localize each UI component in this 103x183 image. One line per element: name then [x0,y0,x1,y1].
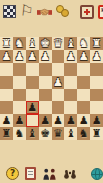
square-f3[interactable] [26,63,39,76]
square-f8[interactable]: ♝ [26,127,39,140]
square-d1[interactable]: ♛ [52,37,65,50]
black-pawn: ♟ [53,115,63,126]
square-c5[interactable] [64,89,77,102]
coins-button[interactable] [56,5,70,18]
chess-board[interactable]: ♜♞♝♚♛♝♞♜♟♟♟♟♟♟♟♟♟♟♟♟♟♟♟♟♜♞♝♚♛♝♞♜ [0,37,103,140]
square-c8[interactable]: ♝ [64,127,77,140]
question-mark-icon: ? [10,169,15,178]
black-pawn: ♟ [27,102,37,113]
square-b3[interactable] [77,63,90,76]
square-c4[interactable] [64,76,77,89]
square-b2[interactable]: ♟ [77,50,90,63]
help-button[interactable]: ? [6,167,19,180]
two-players-icon [42,168,57,180]
black-king: ♚ [40,128,50,139]
players-button[interactable] [42,168,57,180]
globe-button[interactable] [91,168,103,180]
white-rook: ♜ [92,38,102,49]
plus-icon [86,9,88,15]
square-a1[interactable]: ♜ [90,37,103,50]
square-h8[interactable]: ♜ [0,127,13,140]
square-a4[interactable] [90,76,103,89]
checkerboard-icon [3,5,16,18]
black-bishop: ♝ [66,128,76,139]
square-e5[interactable] [39,89,52,102]
white-bishop: ♝ [66,38,76,49]
square-h3[interactable] [0,63,13,76]
square-b6[interactable] [77,101,90,114]
globe-icon [95,168,100,180]
black-pawn: ♟ [14,115,24,126]
square-c1[interactable]: ♝ [64,37,77,50]
square-c6[interactable] [64,101,77,114]
square-d3[interactable] [52,63,65,76]
white-rook: ♜ [2,38,12,49]
coin-icon [61,9,69,17]
white-pawn: ♟ [2,51,12,62]
square-d5[interactable] [52,89,65,102]
square-h7[interactable]: ♟ [0,114,13,127]
white-king: ♚ [40,38,50,49]
square-f7[interactable] [26,114,39,127]
square-h2[interactable]: ♟ [0,50,13,63]
binoculars-icon [63,168,77,180]
square-g6[interactable] [13,101,26,114]
square-d8[interactable]: ♛ [52,127,65,140]
square-a3[interactable] [90,63,103,76]
mini-pieces-icon: ♜♟♞ [100,7,103,13]
square-e2[interactable]: ♟ [39,50,52,63]
clipboard-icon [28,171,33,177]
square-d4[interactable]: ♟ [52,76,65,89]
square-b4[interactable] [77,76,90,89]
square-h6[interactable] [0,101,13,114]
square-f5[interactable] [26,89,39,102]
white-pawn: ♟ [53,77,63,88]
black-pawn: ♟ [92,115,102,126]
square-g2[interactable]: ♟ [13,50,26,63]
square-e3[interactable] [39,63,52,76]
square-h1[interactable]: ♜ [0,37,13,50]
square-b7[interactable]: ♟ [77,114,90,127]
square-d2[interactable] [52,50,65,63]
square-h5[interactable] [0,89,13,102]
white-pawn: ♟ [40,51,50,62]
square-g1[interactable]: ♞ [13,37,26,50]
resign-flag-button[interactable]: ⚐ [19,4,34,18]
black-pawn: ♟ [66,115,76,126]
square-h4[interactable] [0,76,13,89]
white-pawn: ♟ [27,51,37,62]
white-knight: ♞ [79,38,89,49]
black-rook: ♜ [2,128,12,139]
white-knight: ♞ [14,38,24,49]
square-e8[interactable]: ♚ [39,127,52,140]
bottom-toolbar: ? [6,166,103,181]
square-d7[interactable]: ♟ [52,114,65,127]
square-a2[interactable]: ♟ [90,50,103,63]
square-g3[interactable] [13,63,26,76]
pieces-panel-button-selected[interactable]: ♜♟♞ [98,5,103,19]
square-d6[interactable] [52,101,65,114]
white-bishop: ♝ [27,38,37,49]
square-f1[interactable]: ♝ [26,37,39,50]
flag-icon: ⚐ [19,4,34,18]
handshake-icon [37,6,52,18]
square-e6[interactable] [39,101,52,114]
notation-button[interactable] [25,167,36,180]
square-g4[interactable] [13,76,26,89]
black-knight: ♞ [79,128,89,139]
white-queen: ♛ [53,38,63,49]
square-g7[interactable]: ♟ [13,114,26,127]
square-f2[interactable]: ♟ [26,50,39,63]
square-c3[interactable] [64,63,77,76]
square-b8[interactable]: ♞ [77,127,90,140]
binoculars-button[interactable] [63,168,77,180]
black-pawn: ♟ [40,115,50,126]
square-g8[interactable]: ♞ [13,127,26,140]
square-e7[interactable]: ♟ [39,114,52,127]
square-g5[interactable] [13,89,26,102]
square-a7[interactable]: ♟ [90,114,103,127]
black-pawn: ♟ [79,115,89,126]
black-knight: ♞ [14,128,24,139]
square-a8[interactable]: ♜ [90,127,103,140]
square-b5[interactable] [77,89,90,102]
square-f6[interactable]: ♟ [26,101,39,114]
black-queen: ♛ [53,128,63,139]
square-f4[interactable] [26,76,39,89]
white-pawn: ♟ [66,51,76,62]
board-button[interactable] [3,5,16,18]
black-rook: ♜ [92,128,102,139]
square-a6[interactable] [90,101,103,114]
top-toolbar: ⚐ ♜♟♞ [3,3,103,20]
black-pawn: ♟ [2,115,12,126]
draw-handshake-button[interactable] [37,6,52,18]
square-e4[interactable] [39,76,52,89]
square-c2[interactable]: ♟ [64,50,77,63]
white-pawn: ♟ [79,51,89,62]
black-bishop: ♝ [27,128,37,139]
white-pawn: ♟ [14,51,24,62]
square-e1[interactable]: ♚ [39,37,52,50]
square-b1[interactable]: ♞ [77,37,90,50]
add-plus-button[interactable] [80,5,94,19]
square-c7[interactable]: ♟ [64,114,77,127]
square-a5[interactable] [90,89,103,102]
white-pawn: ♟ [92,51,102,62]
